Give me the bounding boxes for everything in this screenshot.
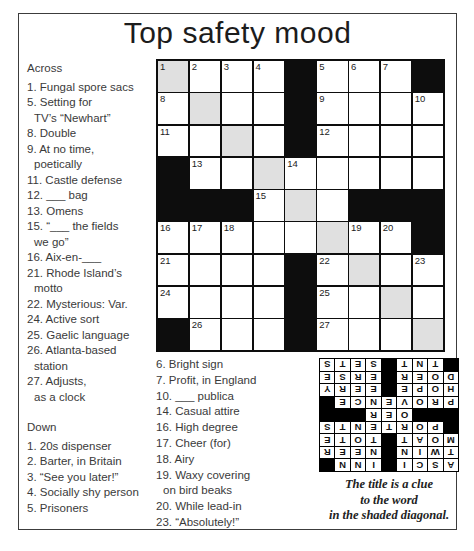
grid-cell-r1c3[interactable]: 3 — [222, 61, 252, 92]
answer-cell-r6c3: O — [413, 397, 427, 409]
grid-cell-r6c2[interactable]: 17 — [190, 222, 220, 253]
across-clue: 8. Double — [27, 126, 157, 142]
grid-cell-r9c3[interactable] — [222, 319, 252, 350]
grid-cell-r7c6[interactable]: 22 — [317, 255, 347, 286]
answer-cell-r4c9: S — [320, 422, 334, 434]
cell-number: 16 — [160, 222, 171, 233]
answer-cell-r8c8: S — [335, 372, 349, 384]
block-cell — [285, 61, 315, 92]
down-clue: 7. Profit, in England — [156, 373, 321, 389]
grid-cell-r1c2[interactable]: 2 — [190, 61, 220, 92]
cell-number: 24 — [160, 287, 171, 298]
down-clue: 19. Waxy coveringon bird beaks — [156, 468, 321, 500]
grid-cell-r5c4[interactable]: 15 — [254, 190, 284, 221]
down-clue: 23. “Absolutely!” — [156, 515, 321, 531]
grid-cell-r6c1[interactable]: 16 — [158, 222, 188, 253]
down-clue: 6. Bright sign — [156, 357, 321, 373]
cell-number: 2 — [192, 61, 197, 72]
answer-block-cell — [382, 459, 396, 471]
block-cell — [413, 61, 443, 92]
grid-cell-r4c4[interactable] — [254, 158, 284, 189]
answer-cell-r7c1: H — [444, 384, 458, 396]
answer-cell-r3c2: O — [428, 434, 442, 446]
grid-cell-r4c8[interactable] — [381, 158, 411, 189]
cell-number: 12 — [319, 126, 330, 137]
puzzle-title: Top safety mood — [19, 16, 456, 50]
grid-cell-r9c9[interactable] — [413, 319, 443, 350]
grid-cell-r6c7[interactable]: 19 — [349, 222, 379, 253]
grid-cell-r8c3[interactable] — [222, 287, 252, 318]
across-clue: 11. Castle defense — [27, 173, 157, 189]
block-cell — [285, 287, 315, 318]
answer-cell-r1c1: A — [444, 459, 458, 471]
grid-cell-r8c2[interactable] — [190, 287, 220, 318]
grid-cell-r5c5[interactable] — [285, 190, 315, 221]
grid-cell-r7c7[interactable] — [349, 255, 379, 286]
grid-cell-r4c6[interactable] — [317, 158, 347, 189]
cell-number: 22 — [319, 255, 330, 266]
answer-cell-r2c8: E — [335, 447, 349, 459]
grid-cell-r3c8[interactable] — [381, 126, 411, 157]
grid-cell-r4c9[interactable] — [413, 158, 443, 189]
across-clue: 26. Atlanta-basedstation — [27, 343, 157, 374]
answer-block-cell — [382, 384, 396, 396]
down-clue: 5. Prisoners — [27, 501, 157, 517]
block-cell — [285, 255, 315, 286]
cell-number: 18 — [224, 222, 235, 233]
answer-cell-r7c4: E — [397, 384, 411, 396]
block-cell — [190, 190, 220, 221]
answer-cell-r6c8: E — [335, 397, 349, 409]
across-clue: 27. Adjusts,as a clock — [27, 374, 157, 405]
answer-cell-r8c6: E — [366, 372, 380, 384]
answer-cell-r2c6: N — [366, 447, 380, 459]
answer-block-cell — [444, 422, 458, 434]
cell-number: 7 — [383, 61, 388, 72]
cell-number: 1 — [160, 61, 165, 72]
cell-number: 3 — [224, 61, 229, 72]
grid-cell-r4c7[interactable] — [349, 158, 379, 189]
crossword-grid: 1234567891011121314151617181920212223242… — [156, 59, 445, 352]
answer-cell-r4c5: T — [382, 422, 396, 434]
answer-block-cell — [320, 397, 334, 409]
cell-number: 10 — [415, 93, 426, 104]
clue-column-left: Across 1. Fungal spore sacs5. Setting fo… — [27, 61, 157, 516]
block-cell — [381, 190, 411, 221]
block-cell — [285, 319, 315, 350]
grid-cell-r6c3[interactable]: 18 — [222, 222, 252, 253]
answer-cell-r6c1: P — [444, 397, 458, 409]
grid-cell-r6c4[interactable] — [254, 222, 284, 253]
block-cell — [158, 190, 188, 221]
diagonal-note-line: to the word — [306, 493, 472, 509]
answer-cell-r7c7: E — [351, 384, 365, 396]
answer-cell-r8c1: D — [444, 372, 458, 384]
down-clue: 14. Casual attire — [156, 404, 321, 420]
answer-cell-r1c3: C — [413, 459, 427, 471]
answer-cell-r5c5: E — [382, 409, 396, 421]
grid-cell-r3c9[interactable] — [413, 126, 443, 157]
down-heading: Down — [27, 420, 157, 436]
grid-cell-r1c7[interactable]: 6 — [349, 61, 379, 92]
grid-cell-r7c4[interactable] — [254, 255, 284, 286]
down-clue: 3. “See you later!” — [27, 470, 157, 486]
answer-cell-r1c6: I — [366, 459, 380, 471]
grid-cell-r9c8[interactable] — [381, 319, 411, 350]
answer-block-cell — [320, 409, 334, 421]
across-clue: 5. Setting forTV’s “Newhart” — [27, 95, 157, 126]
answer-block-cell — [335, 409, 349, 421]
across-clue: 21. Rhode Island’smotto — [27, 266, 157, 297]
answer-key-grid: ASCIINNTWINNEERMOATTOTEPORTENTSOERPROVEN… — [319, 358, 459, 472]
grid-cell-r9c6[interactable]: 27 — [317, 319, 347, 350]
answer-cell-r3c1: M — [444, 434, 458, 446]
down-clue: 17. Cheer (for) — [156, 436, 321, 452]
down-clue: 18. Airy — [156, 452, 321, 468]
grid-cell-r6c5[interactable] — [285, 222, 315, 253]
answer-block-cell — [382, 359, 396, 371]
across-heading: Across — [27, 61, 157, 77]
answer-cell-r6c4: V — [397, 397, 411, 409]
across-clue: 12. ___ bag — [27, 188, 157, 204]
across-clue: 22. Mysterious: Var. — [27, 297, 157, 313]
grid-cell-r8c9[interactable] — [413, 287, 443, 318]
cell-number: 4 — [256, 61, 261, 72]
answer-cell-r7c8: R — [335, 384, 349, 396]
answer-cell-r1c8: N — [335, 459, 349, 471]
answer-cell-r6c6: N — [366, 397, 380, 409]
cell-number: 13 — [192, 158, 203, 169]
grid-cell-r2c4[interactable] — [254, 93, 284, 124]
down-clue: 20. While lead-in — [156, 499, 321, 515]
answer-cell-r1c2: S — [428, 459, 442, 471]
grid-cell-r8c4[interactable] — [254, 287, 284, 318]
block-cell — [158, 158, 188, 189]
down-clue: 1. 20s dispenser — [27, 439, 157, 455]
block-cell — [158, 319, 188, 350]
answer-cell-r6c5: E — [382, 397, 396, 409]
answer-block-cell — [320, 459, 334, 471]
grid-cell-r7c1[interactable]: 21 — [158, 255, 188, 286]
down-clue: 16. High degree — [156, 420, 321, 436]
answer-cell-r2c9: R — [320, 447, 334, 459]
cell-number: 6 — [351, 61, 356, 72]
answer-cell-r9c7: E — [351, 359, 365, 371]
answer-cell-r5c4: O — [397, 409, 411, 421]
grid-cell-r9c7[interactable] — [349, 319, 379, 350]
grid-cell-r2c3[interactable] — [222, 93, 252, 124]
answer-cell-r9c9: S — [320, 359, 334, 371]
clue-column-bottom: 6. Bright sign7. Profit, in England10. _… — [156, 357, 321, 531]
across-clue-list: 1. Fungal spore sacs5. Setting forTV’s “… — [27, 80, 157, 406]
down-clue: 4. Socially shy person — [27, 485, 157, 501]
cell-number: 19 — [351, 222, 362, 233]
answer-cell-r2c2: W — [428, 447, 442, 459]
answer-cell-r4c4: R — [397, 422, 411, 434]
answer-cell-r7c6: E — [366, 384, 380, 396]
answer-block-cell — [382, 447, 396, 459]
answer-cell-r7c9: Y — [320, 384, 334, 396]
answer-block-cell — [444, 359, 458, 371]
answer-block-cell — [382, 372, 396, 384]
answer-cell-r1c4: I — [397, 459, 411, 471]
grid-cell-r6c6[interactable] — [317, 222, 347, 253]
down-clue: 10. ___ publica — [156, 389, 321, 405]
grid-cell-r2c9[interactable]: 10 — [413, 93, 443, 124]
grid-cell-r4c5[interactable]: 14 — [285, 158, 315, 189]
grid-cell-r2c1[interactable]: 8 — [158, 93, 188, 124]
grid-cell-r1c8[interactable]: 7 — [381, 61, 411, 92]
grid-cell-r1c6[interactable]: 5 — [317, 61, 347, 92]
answer-cell-r4c8: T — [335, 422, 349, 434]
cell-number: 15 — [256, 190, 267, 201]
answer-block-cell — [382, 434, 396, 446]
down-clue: 2. Barter, in Britain — [27, 454, 157, 470]
grid-cell-r3c4[interactable] — [254, 126, 284, 157]
answer-cell-r8c4: R — [397, 372, 411, 384]
answer-cell-r9c6: S — [366, 359, 380, 371]
across-clue: 9. At no time,poetically — [27, 142, 157, 173]
grid-cell-r7c9[interactable]: 23 — [413, 255, 443, 286]
grid-cell-r9c4[interactable] — [254, 319, 284, 350]
cell-number: 21 — [160, 255, 171, 266]
grid-cell-r2c6[interactable]: 9 — [317, 93, 347, 124]
answer-block-cell — [351, 409, 365, 421]
answer-cell-r2c4: N — [397, 447, 411, 459]
answer-cell-r2c1: T — [444, 447, 458, 459]
grid-cell-r2c2[interactable] — [190, 93, 220, 124]
grid-cell-r3c6[interactable]: 12 — [317, 126, 347, 157]
grid-cell-r8c7[interactable] — [349, 287, 379, 318]
grid-cell-r8c6[interactable]: 25 — [317, 287, 347, 318]
grid-cell-r7c3[interactable] — [222, 255, 252, 286]
grid-cell-r3c1[interactable]: 11 — [158, 126, 188, 157]
cell-number: 8 — [160, 93, 165, 104]
answer-block-cell — [444, 409, 458, 421]
cell-number: 17 — [192, 222, 203, 233]
answer-cell-r6c2: R — [428, 397, 442, 409]
grid-cell-r9c2[interactable]: 26 — [190, 319, 220, 350]
answer-cell-r7c3: P — [413, 384, 427, 396]
answer-cell-r3c6: T — [366, 434, 380, 446]
grid-cell-r3c3[interactable] — [222, 126, 252, 157]
answer-cell-r8c7: R — [351, 372, 365, 384]
cell-number: 23 — [415, 255, 426, 266]
answer-cell-r3c3: A — [413, 434, 427, 446]
grid-cell-r3c2[interactable] — [190, 126, 220, 157]
answer-block-cell — [413, 409, 427, 421]
answer-cell-r4c6: E — [366, 422, 380, 434]
answer-cell-r2c3: I — [413, 447, 427, 459]
cell-number: 5 — [319, 61, 324, 72]
answer-block-cell — [428, 409, 442, 421]
answer-cell-r2c7: E — [351, 447, 365, 459]
answer-cell-r9c8: T — [335, 359, 349, 371]
cell-number: 27 — [319, 319, 330, 330]
across-clue: 13. Omens — [27, 204, 157, 220]
grid-cell-r5c6[interactable] — [317, 190, 347, 221]
cell-number: 14 — [287, 158, 298, 169]
answer-cell-r4c7: N — [351, 422, 365, 434]
grid-cell-r4c2[interactable]: 13 — [190, 158, 220, 189]
cell-number: 25 — [319, 287, 330, 298]
answer-cell-r3c4: T — [397, 434, 411, 446]
down-clue-list-1: 1. 20s dispenser2. Barter, in Britain3. … — [27, 439, 157, 517]
grid-cell-r2c7[interactable] — [349, 93, 379, 124]
grid-cell-r1c4[interactable]: 4 — [254, 61, 284, 92]
across-clue: 1. Fungal spore sacs — [27, 80, 157, 96]
grid-cell-r3c7[interactable] — [349, 126, 379, 157]
answer-cell-r8c2: O — [428, 372, 442, 384]
answer-cell-r8c9: E — [320, 372, 334, 384]
grid-cell-r8c1[interactable]: 24 — [158, 287, 188, 318]
puzzle-page: Top safety mood Across 1. Fungal spore s… — [18, 13, 457, 530]
answer-cell-r6c7: C — [351, 397, 365, 409]
grid-cell-r7c2[interactable] — [190, 255, 220, 286]
diagonal-note-line: The title is a clue — [306, 477, 472, 493]
grid-cell-r4c3[interactable] — [222, 158, 252, 189]
grid-cell-r7c8[interactable] — [381, 255, 411, 286]
block-cell — [413, 222, 443, 253]
answer-cell-r5c6: R — [366, 409, 380, 421]
grid-cell-r6c8[interactable]: 20 — [381, 222, 411, 253]
answer-cell-r3c7: O — [351, 434, 365, 446]
cell-number: 9 — [319, 93, 324, 104]
cell-number: 11 — [160, 126, 170, 137]
across-clue: 16. Aix-en-___ — [27, 250, 157, 266]
across-clue: 25. Gaelic language — [27, 328, 157, 344]
grid-cell-r2c8[interactable] — [381, 93, 411, 124]
block-cell — [285, 126, 315, 157]
answer-cell-r4c2: P — [428, 422, 442, 434]
answer-cell-r8c3: E — [413, 372, 427, 384]
across-clue: 15. “___ the fieldswe go” — [27, 219, 157, 250]
down-clue-list-2: 6. Bright sign7. Profit, in England10. _… — [156, 357, 321, 531]
answer-cell-r3c8: T — [335, 434, 349, 446]
answer-cell-r1c7: N — [351, 459, 365, 471]
diagonal-note-line: in the shaded diagonal. — [306, 508, 472, 524]
across-clue: 24. Active sort — [27, 312, 157, 328]
grid-cell-r1c1[interactable]: 1 — [158, 61, 188, 92]
answer-cell-r4c3: O — [413, 422, 427, 434]
answer-cell-r7c2: O — [428, 384, 442, 396]
answer-cell-r3c9: E — [320, 434, 334, 446]
answer-cell-r9c3: N — [413, 359, 427, 371]
block-cell — [413, 190, 443, 221]
diagonal-note: The title is a clueto the wordin the sha… — [306, 477, 472, 524]
answer-cell-r9c4: T — [397, 359, 411, 371]
block-cell — [222, 190, 252, 221]
answer-cell-r9c2: T — [428, 359, 442, 371]
block-cell — [285, 93, 315, 124]
grid-cell-r8c8[interactable] — [381, 287, 411, 318]
cell-number: 26 — [192, 319, 203, 330]
cell-number: 20 — [383, 222, 394, 233]
block-cell — [349, 190, 379, 221]
